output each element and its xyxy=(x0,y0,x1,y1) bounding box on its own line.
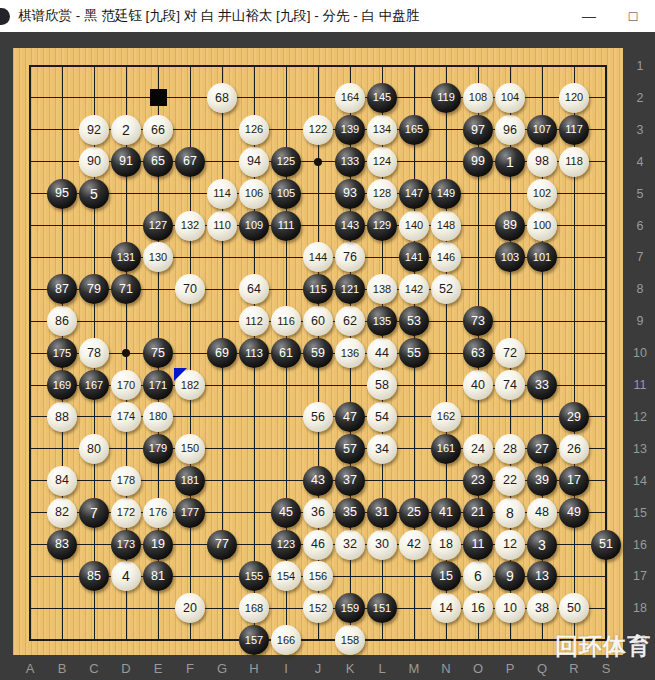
stone-black-59: 59 xyxy=(303,338,333,368)
stone-black-97: 97 xyxy=(463,115,493,145)
stone-black-133: 133 xyxy=(335,147,365,177)
stone-white-110: 110 xyxy=(207,211,237,241)
column-label-L: L xyxy=(371,661,393,676)
stone-black-131: 131 xyxy=(111,242,141,272)
stone-black-173: 173 xyxy=(111,530,141,560)
stone-white-72: 72 xyxy=(495,338,525,368)
title-bar: 棋谱欣赏 - 黑 范廷钰 [九段] 对 白 井山裕太 [九段] - 分先 - 白… xyxy=(0,0,655,32)
stone-white-92: 92 xyxy=(79,115,109,145)
stone-white-144: 144 xyxy=(303,242,333,272)
stone-white-164: 164 xyxy=(335,83,365,113)
stone-black-159: 159 xyxy=(335,593,365,623)
stone-white-128: 128 xyxy=(367,179,397,209)
stone-black-39: 39 xyxy=(527,466,557,496)
stone-black-27: 27 xyxy=(527,434,557,464)
star-point xyxy=(314,158,322,166)
stone-white-22: 22 xyxy=(495,466,525,496)
stone-white-60: 60 xyxy=(303,306,333,336)
column-label-P: P xyxy=(499,661,521,676)
stone-white-28: 28 xyxy=(495,434,525,464)
stone-black-145: 145 xyxy=(367,83,397,113)
stone-white-8: 8 xyxy=(495,498,525,528)
stone-black-77: 77 xyxy=(207,530,237,560)
stone-black-135: 135 xyxy=(367,306,397,336)
row-label-3: 3 xyxy=(629,123,651,137)
column-label-A: A xyxy=(19,661,41,676)
board-area: 1234567891011121314151617181920212223242… xyxy=(0,32,655,680)
stone-black-179: 179 xyxy=(143,434,173,464)
stone-black-129: 129 xyxy=(367,211,397,241)
stone-white-44: 44 xyxy=(367,338,397,368)
stone-white-102: 102 xyxy=(527,179,557,209)
stone-black-171: 171 xyxy=(143,370,173,400)
stone-black-125: 125 xyxy=(271,147,301,177)
stone-black-65: 65 xyxy=(143,147,173,177)
watermark: 回环体育 xyxy=(555,631,651,662)
stone-black-11: 11 xyxy=(463,530,493,560)
row-label-10: 10 xyxy=(629,346,651,360)
stone-black-9: 9 xyxy=(495,561,525,591)
column-label-I: I xyxy=(275,661,297,676)
stone-white-86: 86 xyxy=(47,306,77,336)
row-label-11: 11 xyxy=(629,378,651,392)
stone-white-118: 118 xyxy=(559,147,589,177)
stone-white-54: 54 xyxy=(367,402,397,432)
stone-black-107: 107 xyxy=(527,115,557,145)
stone-black-25: 25 xyxy=(399,498,429,528)
stone-white-168: 168 xyxy=(239,593,269,623)
stone-black-43: 43 xyxy=(303,466,333,496)
stone-white-180: 180 xyxy=(143,402,173,432)
stone-black-47: 47 xyxy=(335,402,365,432)
stone-black-61: 61 xyxy=(271,338,301,368)
stone-black-23: 23 xyxy=(463,466,493,496)
stone-white-122: 122 xyxy=(303,115,333,145)
stone-black-115: 115 xyxy=(303,274,333,304)
stone-white-114: 114 xyxy=(207,179,237,209)
stone-white-112: 112 xyxy=(239,306,269,336)
stone-white-98: 98 xyxy=(527,147,557,177)
stone-white-96: 96 xyxy=(495,115,525,145)
stone-white-132: 132 xyxy=(175,211,205,241)
stone-black-45: 45 xyxy=(271,498,301,528)
stone-white-142: 142 xyxy=(399,274,429,304)
stone-black-109: 109 xyxy=(239,211,269,241)
stone-black-31: 31 xyxy=(367,498,397,528)
column-label-H: H xyxy=(243,661,265,676)
stone-black-95: 95 xyxy=(47,179,77,209)
stone-white-140: 140 xyxy=(399,211,429,241)
stone-black-15: 15 xyxy=(431,561,461,591)
column-label-O: O xyxy=(467,661,489,676)
stone-white-88: 88 xyxy=(47,402,77,432)
stone-black-177: 177 xyxy=(175,498,205,528)
stone-white-134: 134 xyxy=(367,115,397,145)
column-label-E: E xyxy=(147,661,169,676)
stone-black-5: 5 xyxy=(79,179,109,209)
star-point xyxy=(122,349,130,357)
stone-black-141: 141 xyxy=(399,242,429,272)
stone-black-169: 169 xyxy=(47,370,77,400)
stone-black-49: 49 xyxy=(559,498,589,528)
stone-black-29: 29 xyxy=(559,402,589,432)
kifu-viewer-window: 棋谱欣赏 - 黑 范廷钰 [九段] 对 白 井山裕太 [九段] - 分先 - 白… xyxy=(0,0,655,680)
column-label-C: C xyxy=(83,661,105,676)
stone-white-104: 104 xyxy=(495,83,525,113)
stone-black-127: 127 xyxy=(143,211,173,241)
stone-white-68: 68 xyxy=(207,83,237,113)
stone-black-161: 161 xyxy=(431,434,461,464)
stone-black-91: 91 xyxy=(111,147,141,177)
stone-black-157: 157 xyxy=(239,625,269,655)
stone-white-12: 12 xyxy=(495,530,525,560)
stone-black-119: 119 xyxy=(431,83,461,113)
row-label-18: 18 xyxy=(629,601,651,615)
stone-white-30: 30 xyxy=(367,530,397,560)
stone-black-71: 71 xyxy=(111,274,141,304)
stone-white-18: 18 xyxy=(431,530,461,560)
stone-white-24: 24 xyxy=(463,434,493,464)
stone-white-66: 66 xyxy=(143,115,173,145)
stone-black-51: 51 xyxy=(591,530,621,560)
stone-black-101: 101 xyxy=(527,242,557,272)
stone-black-181: 181 xyxy=(175,466,205,496)
stone-black-103: 103 xyxy=(495,242,525,272)
stone-black-139: 139 xyxy=(335,115,365,145)
stone-black-79: 79 xyxy=(79,274,109,304)
stone-white-58: 58 xyxy=(367,370,397,400)
stone-black-113: 113 xyxy=(239,338,269,368)
square-marker xyxy=(150,89,167,106)
stone-white-40: 40 xyxy=(463,370,493,400)
stone-black-149: 149 xyxy=(431,179,461,209)
stone-white-90: 90 xyxy=(79,147,109,177)
stone-white-56: 56 xyxy=(303,402,333,432)
stone-white-120: 120 xyxy=(559,83,589,113)
stone-white-136: 136 xyxy=(335,338,365,368)
stone-white-148: 148 xyxy=(431,211,461,241)
row-label-4: 4 xyxy=(629,155,651,169)
stone-white-150: 150 xyxy=(175,434,205,464)
go-board[interactable]: 1234567891011121314151617181920212223242… xyxy=(13,48,623,655)
row-label-12: 12 xyxy=(629,410,651,424)
stone-black-167: 167 xyxy=(79,370,109,400)
stone-white-78: 78 xyxy=(79,338,109,368)
stone-black-7: 7 xyxy=(79,498,109,528)
stone-white-166: 166 xyxy=(271,625,301,655)
stone-white-124: 124 xyxy=(367,147,397,177)
stone-white-152: 152 xyxy=(303,593,333,623)
stone-white-20: 20 xyxy=(175,593,205,623)
stone-white-80: 80 xyxy=(79,434,109,464)
stone-black-75: 75 xyxy=(143,338,173,368)
stone-black-151: 151 xyxy=(367,593,397,623)
stone-black-175: 175 xyxy=(47,338,77,368)
stone-black-55: 55 xyxy=(399,338,429,368)
row-label-13: 13 xyxy=(629,442,651,456)
stone-black-1: 1 xyxy=(495,147,525,177)
stone-black-17: 17 xyxy=(559,466,589,496)
row-label-6: 6 xyxy=(629,219,651,233)
stone-white-100: 100 xyxy=(527,211,557,241)
stone-white-38: 38 xyxy=(527,593,557,623)
grid-hline xyxy=(29,65,607,67)
stone-black-83: 83 xyxy=(47,530,77,560)
maximize-button[interactable]: □ xyxy=(611,8,655,24)
column-label-Q: Q xyxy=(531,661,553,676)
stone-white-156: 156 xyxy=(303,561,333,591)
stone-black-155: 155 xyxy=(239,561,269,591)
stone-white-36: 36 xyxy=(303,498,333,528)
stone-white-16: 16 xyxy=(463,593,493,623)
stone-black-19: 19 xyxy=(143,530,173,560)
row-label-8: 8 xyxy=(629,282,651,296)
stone-white-46: 46 xyxy=(303,530,333,560)
stone-white-130: 130 xyxy=(143,242,173,272)
stone-white-74: 74 xyxy=(495,370,525,400)
column-label-F: F xyxy=(179,661,201,676)
stone-black-165: 165 xyxy=(399,115,429,145)
stone-white-82: 82 xyxy=(47,498,77,528)
stone-black-53: 53 xyxy=(399,306,429,336)
stone-white-42: 42 xyxy=(399,530,429,560)
stone-white-62: 62 xyxy=(335,306,365,336)
stone-white-154: 154 xyxy=(271,561,301,591)
stone-black-67: 67 xyxy=(175,147,205,177)
stone-white-4: 4 xyxy=(111,561,141,591)
stone-white-32: 32 xyxy=(335,530,365,560)
app-icon xyxy=(0,8,10,25)
grid-hline xyxy=(29,639,607,641)
stone-black-13: 13 xyxy=(527,561,557,591)
stone-black-87: 87 xyxy=(47,274,77,304)
row-label-14: 14 xyxy=(629,474,651,488)
stone-white-70: 70 xyxy=(175,274,205,304)
stone-black-81: 81 xyxy=(143,561,173,591)
stone-white-108: 108 xyxy=(463,83,493,113)
stone-black-123: 123 xyxy=(271,530,301,560)
column-label-N: N xyxy=(435,661,457,676)
column-label-J: J xyxy=(307,661,329,676)
stone-white-6: 6 xyxy=(463,561,493,591)
row-label-2: 2 xyxy=(629,91,651,105)
row-label-1: 1 xyxy=(629,59,651,73)
row-label-17: 17 xyxy=(629,569,651,583)
stone-white-52: 52 xyxy=(431,274,461,304)
stone-white-176: 176 xyxy=(143,498,173,528)
stone-white-116: 116 xyxy=(271,306,301,336)
stone-white-170: 170 xyxy=(111,370,141,400)
stone-white-162: 162 xyxy=(431,402,461,432)
stone-white-76: 76 xyxy=(335,242,365,272)
column-label-R: R xyxy=(563,661,585,676)
stone-white-158: 158 xyxy=(335,625,365,655)
stone-white-50: 50 xyxy=(559,593,589,623)
stone-white-94: 94 xyxy=(239,147,269,177)
stone-white-10: 10 xyxy=(495,593,525,623)
stone-white-14: 14 xyxy=(431,593,461,623)
stone-black-111: 111 xyxy=(271,211,301,241)
column-label-K: K xyxy=(339,661,361,676)
column-label-B: B xyxy=(51,661,73,676)
stone-white-2: 2 xyxy=(111,115,141,145)
stone-white-126: 126 xyxy=(239,115,269,145)
window-title: 棋谱欣赏 - 黑 范廷钰 [九段] 对 白 井山裕太 [九段] - 分先 - 白… xyxy=(18,7,567,25)
stone-black-63: 63 xyxy=(463,338,493,368)
stone-white-64: 64 xyxy=(239,274,269,304)
column-label-D: D xyxy=(115,661,137,676)
stone-black-105: 105 xyxy=(271,179,301,209)
stone-black-121: 121 xyxy=(335,274,365,304)
row-label-15: 15 xyxy=(629,506,651,520)
stone-white-138: 138 xyxy=(367,274,397,304)
stone-white-48: 48 xyxy=(527,498,557,528)
stone-black-33: 33 xyxy=(527,370,557,400)
column-label-M: M xyxy=(403,661,425,676)
row-label-7: 7 xyxy=(629,250,651,264)
stone-black-143: 143 xyxy=(335,211,365,241)
last-move-triangle-marker xyxy=(174,368,187,381)
stone-black-37: 37 xyxy=(335,466,365,496)
minimize-button[interactable]: — xyxy=(567,8,611,24)
stone-black-93: 93 xyxy=(335,179,365,209)
stone-white-146: 146 xyxy=(431,242,461,272)
stone-white-26: 26 xyxy=(559,434,589,464)
stone-white-34: 34 xyxy=(367,434,397,464)
stone-white-106: 106 xyxy=(239,179,269,209)
stone-black-57: 57 xyxy=(335,434,365,464)
stone-white-172: 172 xyxy=(111,498,141,528)
stone-black-35: 35 xyxy=(335,498,365,528)
row-label-16: 16 xyxy=(629,538,651,552)
stone-black-89: 89 xyxy=(495,211,525,241)
stone-black-99: 99 xyxy=(463,147,493,177)
column-label-S: S xyxy=(595,661,617,676)
column-label-G: G xyxy=(211,661,233,676)
stone-white-84: 84 xyxy=(47,466,77,496)
stone-black-85: 85 xyxy=(79,561,109,591)
stone-black-3: 3 xyxy=(527,530,557,560)
stone-black-69: 69 xyxy=(207,338,237,368)
stone-black-147: 147 xyxy=(399,179,429,209)
stone-black-21: 21 xyxy=(463,498,493,528)
grid-hline xyxy=(29,193,607,194)
row-label-9: 9 xyxy=(629,314,651,328)
stone-black-73: 73 xyxy=(463,306,493,336)
stone-black-41: 41 xyxy=(431,498,461,528)
stone-black-117: 117 xyxy=(559,115,589,145)
row-label-5: 5 xyxy=(629,187,651,201)
stone-white-178: 178 xyxy=(111,466,141,496)
stone-white-174: 174 xyxy=(111,402,141,432)
